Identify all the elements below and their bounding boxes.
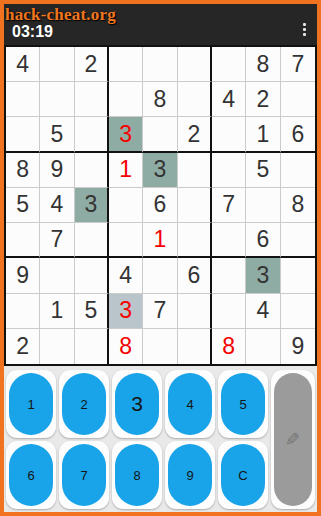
cell-r4c7[interactable] [212,153,246,188]
keypad-key-7[interactable]: 7 [59,441,109,509]
cell-r1c5[interactable] [143,47,177,82]
cell-r8c6[interactable] [178,294,212,329]
cell-r7c5[interactable] [143,258,177,293]
cell-r4c8[interactable]: 5 [246,153,280,188]
cell-r4c9[interactable] [281,153,315,188]
cell-r5c8[interactable] [246,188,280,223]
cell-r5c4[interactable] [109,188,143,223]
cell-r8c5[interactable]: 7 [143,294,177,329]
sudoku-grid: 428784253216891355436787169463153742889 [4,45,317,366]
cell-r8c8[interactable]: 4 [246,294,280,329]
cell-r6c1[interactable] [6,223,40,258]
cell-r4c1[interactable]: 8 [6,153,40,188]
cell-r9c6[interactable] [178,329,212,364]
watermark-text: hack-cheat.org [5,5,116,25]
cell-r7c8[interactable]: 3 [246,258,280,293]
cell-r2c5[interactable]: 8 [143,82,177,117]
cell-r8c1[interactable] [6,294,40,329]
cell-r8c7[interactable] [212,294,246,329]
keypad-key-label-8: 8 [115,444,159,506]
cell-r7c3[interactable] [75,258,109,293]
cell-r1c3[interactable]: 2 [75,47,109,82]
digit-keys: 123456789C [6,370,268,509]
cell-r2c1[interactable] [6,82,40,117]
keypad-key-label-6: 6 [9,444,53,506]
menu-dot [303,33,306,36]
cell-r8c2[interactable]: 1 [40,294,74,329]
cell-r2c6[interactable] [178,82,212,117]
cell-r7c6[interactable]: 6 [178,258,212,293]
cell-r5c6[interactable] [178,188,212,223]
cell-r8c9[interactable] [281,294,315,329]
cell-r1c2[interactable] [40,47,74,82]
cell-r7c7[interactable] [212,258,246,293]
cell-r3c3[interactable] [75,117,109,152]
cell-r8c3[interactable]: 5 [75,294,109,329]
cell-r9c3[interactable] [75,329,109,364]
cell-r6c9[interactable] [281,223,315,258]
cell-r3c1[interactable] [6,117,40,152]
sudoku-app: hack-cheat.org 03:19 4287842532168913554… [4,4,317,512]
cell-r7c9[interactable] [281,258,315,293]
cell-r3c5[interactable] [143,117,177,152]
cell-r5c2[interactable]: 4 [40,188,74,223]
cell-r6c4[interactable] [109,223,143,258]
cell-r1c1[interactable]: 4 [6,47,40,82]
cell-r9c8[interactable] [246,329,280,364]
cell-r6c7[interactable] [212,223,246,258]
keypad-key-8[interactable]: 8 [112,441,162,509]
keypad-key-6[interactable]: 6 [6,441,56,509]
cell-r2c3[interactable] [75,82,109,117]
cell-r3c9[interactable]: 6 [281,117,315,152]
cell-r6c6[interactable] [178,223,212,258]
cell-r6c2[interactable]: 7 [40,223,74,258]
cell-r3c6[interactable]: 2 [178,117,212,152]
cell-r5c1[interactable]: 5 [6,188,40,223]
keypad-key-label-5: 5 [221,373,265,435]
pencil-icon: ✎ [274,373,312,506]
cell-r1c6[interactable] [178,47,212,82]
pencil-mode-button[interactable]: ✎ [271,370,315,509]
cell-r9c2[interactable] [40,329,74,364]
cell-r1c7[interactable] [212,47,246,82]
keypad-key-label-4: 4 [168,373,212,435]
cell-r5c3[interactable]: 3 [75,188,109,223]
keypad-key-label-1: 1 [9,373,53,435]
cell-r9c1[interactable]: 2 [6,329,40,364]
keypad-key-label-9: 9 [168,444,212,506]
menu-dot [303,28,306,31]
keypad-key-3[interactable]: 3 [112,370,162,438]
cell-r1c8[interactable]: 8 [246,47,280,82]
cell-r4c5[interactable]: 3 [143,153,177,188]
cell-r8c4[interactable]: 3 [109,294,143,329]
cell-r6c5[interactable]: 1 [143,223,177,258]
cell-r2c9[interactable] [281,82,315,117]
cell-r7c4[interactable]: 4 [109,258,143,293]
cell-r7c2[interactable] [40,258,74,293]
cell-r3c2[interactable]: 5 [40,117,74,152]
cell-r2c8[interactable]: 2 [246,82,280,117]
cell-r9c9[interactable]: 9 [281,329,315,364]
cell-r9c4[interactable]: 8 [109,329,143,364]
cell-r5c5[interactable]: 6 [143,188,177,223]
cell-r1c4[interactable] [109,47,143,82]
keypad-key-label-3: 3 [115,373,159,435]
cell-r5c9[interactable]: 8 [281,188,315,223]
game-timer: 03:19 [12,23,53,41]
keypad-key-2[interactable]: 2 [59,370,109,438]
cell-r2c2[interactable] [40,82,74,117]
cell-r6c8[interactable]: 6 [246,223,280,258]
kebab-menu-icon[interactable] [301,21,308,38]
cell-r3c4[interactable]: 3 [109,117,143,152]
keypad-key-label-7: 7 [62,444,106,506]
keypad-key-5[interactable]: 5 [218,370,268,438]
cell-r7c1[interactable]: 9 [6,258,40,293]
cell-r9c7[interactable]: 8 [212,329,246,364]
cell-r4c3[interactable] [75,153,109,188]
cell-r2c4[interactable] [109,82,143,117]
cell-r3c8[interactable]: 1 [246,117,280,152]
cell-r1c9[interactable]: 7 [281,47,315,82]
cell-r6c3[interactable] [75,223,109,258]
keypad-key-label-C: C [221,444,265,506]
cell-r4c4[interactable]: 1 [109,153,143,188]
keypad-key-label-2: 2 [62,373,106,435]
number-keypad: 123456789C ✎ [4,366,317,512]
keypad-key-C[interactable]: C [218,441,268,509]
cell-r9c5[interactable] [143,329,177,364]
cell-r4c6[interactable] [178,153,212,188]
cell-r3c7[interactable] [212,117,246,152]
menu-dot [303,23,306,26]
keypad-key-9[interactable]: 9 [165,441,215,509]
top-bar: hack-cheat.org 03:19 [4,4,317,45]
cell-r4c2[interactable]: 9 [40,153,74,188]
keypad-key-1[interactable]: 1 [6,370,56,438]
cell-r5c7[interactable]: 7 [212,188,246,223]
keypad-key-4[interactable]: 4 [165,370,215,438]
cell-r2c7[interactable]: 4 [212,82,246,117]
